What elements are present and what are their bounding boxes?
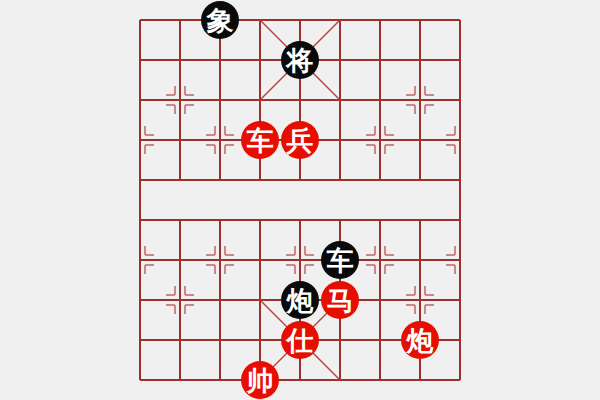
piece-red-horse[interactable]: 马	[320, 280, 360, 320]
black-piece-disc: 车	[321, 241, 359, 279]
piece-red-general[interactable]: 帅	[240, 360, 280, 400]
piece-black-chariot[interactable]: 车	[320, 240, 360, 280]
red-piece-disc: 马	[321, 281, 359, 319]
red-piece-disc: 兵	[281, 121, 319, 159]
black-piece-disc: 炮	[281, 281, 319, 319]
piece-black-cannon[interactable]: 炮	[280, 280, 320, 320]
red-piece-disc: 仕	[281, 321, 319, 359]
piece-black-general[interactable]: 将	[280, 40, 320, 80]
black-piece-disc: 将	[281, 41, 319, 79]
piece-red-chariot[interactable]: 车	[240, 120, 280, 160]
xiangqi-board: 象将车兵车炮马仕炮帅	[120, 0, 480, 400]
board-background: 象将车兵车炮马仕炮帅	[0, 0, 600, 400]
red-piece-disc: 帅	[241, 361, 279, 399]
piece-red-cannon[interactable]: 炮	[400, 320, 440, 360]
red-piece-disc: 车	[241, 121, 279, 159]
piece-red-soldier[interactable]: 兵	[280, 120, 320, 160]
piece-black-elephant[interactable]: 象	[200, 0, 240, 40]
red-piece-disc: 炮	[401, 321, 439, 359]
piece-red-advisor[interactable]: 仕	[280, 320, 320, 360]
black-piece-disc: 象	[201, 1, 239, 39]
